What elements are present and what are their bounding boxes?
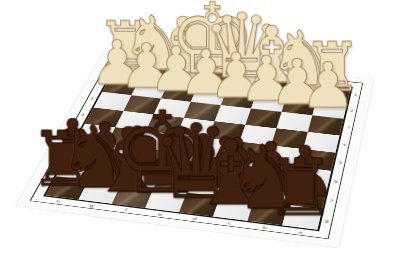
roll-up-board-mat: hgfedcba 12345678 12345678 ♜♞♝♚♛♝♞♜♟♟♟♟♟… <box>16 51 374 247</box>
square-a2: ♟ <box>312 100 347 119</box>
product-photo: hgfedcba 12345678 12345678 ♜♞♝♚♛♝♞♜♟♟♟♟♟… <box>0 0 420 259</box>
scene: hgfedcba 12345678 12345678 ♜♞♝♚♛♝♞♜♟♟♟♟♟… <box>58 0 358 259</box>
piece-white-pawn: ♟ <box>300 54 356 116</box>
piece-black-rook: ♜ <box>265 149 334 226</box>
square-a8: ♜ <box>282 205 322 230</box>
